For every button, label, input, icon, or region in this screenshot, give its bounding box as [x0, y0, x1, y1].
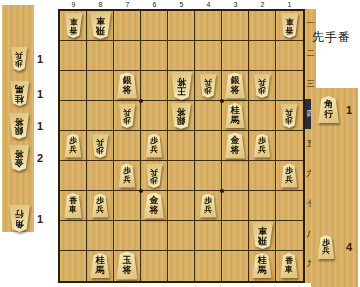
file-label: 3 [222, 0, 249, 9]
board-cell[interactable] [87, 161, 114, 191]
file-label: 8 [87, 0, 114, 9]
piece-kanji: 将 [15, 117, 24, 126]
board-cell[interactable] [141, 41, 168, 71]
file-label: 4 [195, 0, 222, 9]
board-cell[interactable] [87, 41, 114, 71]
board-cell[interactable] [276, 131, 303, 161]
board-cell[interactable] [141, 71, 168, 101]
board-cell[interactable] [168, 161, 195, 191]
board-cell[interactable] [276, 71, 303, 101]
piece-kanji: 将 [177, 106, 186, 115]
gote-hand-count: 1 [37, 88, 43, 100]
piece-kanji: 将 [231, 146, 240, 155]
piece-kanji: 将 [150, 206, 159, 215]
board-cell[interactable] [249, 11, 276, 41]
piece-kanji: 車 [285, 17, 293, 25]
board-cell[interactable] [195, 161, 222, 191]
piece-kanji: 飛 [96, 26, 105, 35]
board-cell[interactable] [168, 131, 195, 161]
piece-kanji: 兵 [285, 107, 293, 115]
board-cell[interactable] [249, 101, 276, 131]
piece-kanji: 将 [123, 86, 132, 95]
board-cell[interactable] [222, 11, 249, 41]
piece-kanji: 香 [285, 26, 293, 34]
board-cell[interactable] [276, 191, 303, 221]
piece-kanji: 兵 [322, 247, 330, 255]
board-cell[interactable] [222, 161, 249, 191]
board-cell[interactable] [114, 11, 141, 41]
piece-kanji: 行 [15, 209, 24, 218]
board-cell[interactable] [249, 191, 276, 221]
board-cell[interactable] [249, 41, 276, 71]
board-cell[interactable] [114, 191, 141, 221]
file-label: 2 [249, 0, 276, 9]
board-cell[interactable] [168, 251, 195, 281]
board-cell[interactable] [222, 221, 249, 251]
file-label: 9 [60, 0, 87, 9]
piece-kanji: 兵 [204, 77, 212, 85]
board-cell[interactable] [141, 101, 168, 131]
piece-kanji: 将 [231, 86, 240, 95]
board-cell[interactable] [60, 161, 87, 191]
piece-kanji: 飛 [258, 236, 267, 245]
board-cell[interactable] [222, 191, 249, 221]
piece-kanji: 車 [258, 226, 267, 235]
board-cell[interactable] [276, 41, 303, 71]
file-label: 1 [276, 0, 303, 9]
gote-hand-count: 1 [37, 120, 43, 132]
piece-kanji: 将 [123, 266, 132, 275]
board-cell[interactable] [60, 101, 87, 131]
board-cell[interactable] [114, 41, 141, 71]
piece-kanji: 車 [69, 206, 77, 214]
piece-kanji: 将 [177, 76, 186, 85]
piece-kanji: 兵 [123, 176, 131, 184]
gote-hand-count: 2 [37, 152, 43, 164]
hoshi-dot [220, 99, 224, 103]
board-cell[interactable] [114, 221, 141, 251]
piece-kanji: 馬 [96, 266, 105, 275]
piece-kanji: 兵 [150, 167, 158, 175]
hoshi-dot [139, 189, 143, 193]
piece-kanji: 兵 [258, 146, 266, 154]
sente-hand-count: 1 [346, 104, 352, 116]
board-cell[interactable] [87, 221, 114, 251]
sente-captured-tray: 角行1歩兵4 [311, 88, 358, 287]
board-cell[interactable] [60, 221, 87, 251]
board-cell[interactable] [87, 101, 114, 131]
board-cell[interactable] [141, 251, 168, 281]
piece-kanji: 馬 [231, 116, 240, 125]
board-cell[interactable] [87, 71, 114, 101]
gote-hand-count: 1 [37, 53, 43, 65]
board-cell[interactable] [60, 41, 87, 71]
board-cell[interactable] [249, 161, 276, 191]
piece-kanji: 馬 [258, 266, 267, 275]
shogi-board[interactable]: 香車飛車香車銀将王将歩兵銀将歩兵歩兵銀将桂馬歩兵歩兵歩兵歩兵金将歩兵歩兵歩兵歩兵… [58, 9, 305, 283]
piece-kanji: 香 [69, 26, 77, 34]
piece-kanji: 兵 [258, 77, 266, 85]
piece-kanji: 歩 [15, 59, 23, 67]
board-cell[interactable] [114, 131, 141, 161]
hoshi-dot [139, 99, 143, 103]
board-cell[interactable] [168, 11, 195, 41]
board-cell[interactable] [195, 41, 222, 71]
file-label: 5 [168, 0, 195, 9]
board-cell[interactable] [222, 251, 249, 281]
file-label: 6 [141, 0, 168, 9]
board-cell[interactable] [60, 251, 87, 281]
piece-kanji: 兵 [150, 146, 158, 154]
piece-kanji: 車 [285, 266, 293, 274]
board-cell[interactable] [222, 41, 249, 71]
sente-hand-count: 4 [346, 241, 352, 253]
board-cell[interactable] [168, 41, 195, 71]
hoshi-dot [220, 189, 224, 193]
piece-kanji: 兵 [96, 137, 104, 145]
shogi-app-window: 歩兵桂馬銀将金将角行 987654321 香車飛車香車銀将王将歩兵銀将歩兵歩兵銀… [0, 0, 360, 287]
piece-kanji: 兵 [285, 176, 293, 184]
gote-hand-count: 1 [37, 213, 43, 225]
board-cell[interactable] [276, 221, 303, 251]
board-cell[interactable] [195, 101, 222, 131]
file-labels: 987654321 [60, 0, 303, 9]
piece-kanji: 金 [15, 158, 24, 167]
piece-kanji: 兵 [69, 146, 77, 154]
piece-kanji: 兵 [96, 206, 104, 214]
piece-kanji: 車 [96, 16, 105, 25]
piece-kanji: 桂 [15, 94, 24, 103]
board-cell[interactable] [168, 191, 195, 221]
board-cell[interactable] [141, 221, 168, 251]
piece-kanji: 銀 [15, 126, 24, 135]
board-cell[interactable] [195, 221, 222, 251]
turn-indicator: 先手番 [312, 29, 360, 46]
piece-kanji: 行 [324, 110, 333, 119]
board-cell[interactable] [168, 221, 195, 251]
piece-kanji: 角 [15, 219, 24, 228]
piece-kanji: 兵 [15, 51, 23, 59]
piece-kanji: 馬 [15, 84, 24, 93]
piece-kanji: 兵 [204, 206, 212, 214]
piece-kanji: 兵 [123, 107, 131, 115]
board-grid: 香車飛車香車銀将王将歩兵銀将歩兵歩兵銀将桂馬歩兵歩兵歩兵歩兵金将歩兵歩兵歩兵歩兵… [60, 11, 303, 281]
piece-kanji: 車 [69, 17, 77, 25]
board-cell[interactable] [141, 11, 168, 41]
board-cell[interactable] [195, 131, 222, 161]
file-label: 7 [114, 0, 141, 9]
gote-captured-tray: 歩兵桂馬銀将金将角行 [2, 5, 34, 232]
board-cell[interactable] [195, 251, 222, 281]
board-cell[interactable] [195, 11, 222, 41]
piece-kanji: 将 [15, 149, 24, 158]
board-cell[interactable] [60, 71, 87, 101]
